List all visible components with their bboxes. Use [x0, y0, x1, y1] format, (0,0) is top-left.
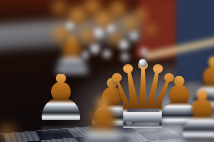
- pawn-glyph: ♟: [172, 90, 214, 141]
- pieces-layer: ♟♟♟♟♟♛♛♟♟♟♟♟♟: [0, 0, 214, 142]
- queen-chrome-finial: [139, 59, 147, 67]
- piece-pawn-foreground-blurred: ♟: [68, 97, 138, 142]
- piece-pawn-right-front: ♟♟: [172, 90, 214, 141]
- pawn-glyph: ♟: [68, 97, 138, 142]
- chess-photo-scene: ♟♟♟♟♟♛♛♟♟♟♟♟♟: [0, 0, 214, 142]
- pawn-reflection: ♟: [172, 139, 214, 142]
